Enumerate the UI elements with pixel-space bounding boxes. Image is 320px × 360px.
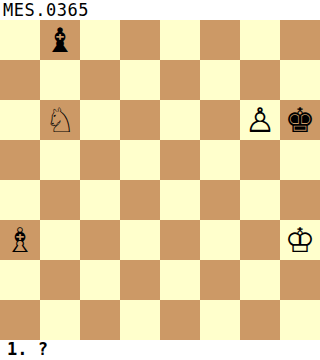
square-a8[interactable] [0, 20, 40, 60]
square-g6[interactable]: ♙ [240, 100, 280, 140]
square-e2[interactable] [160, 260, 200, 300]
square-c6[interactable] [80, 100, 120, 140]
piece-black-bishop[interactable]: ♝ [45, 20, 75, 60]
piece-black-king[interactable]: ♚ [285, 100, 315, 140]
square-d4[interactable] [120, 180, 160, 220]
square-f3[interactable] [200, 220, 240, 260]
square-f8[interactable] [200, 20, 240, 60]
square-e7[interactable] [160, 60, 200, 100]
square-e6[interactable] [160, 100, 200, 140]
square-d5[interactable] [120, 140, 160, 180]
square-f5[interactable] [200, 140, 240, 180]
square-d2[interactable] [120, 260, 160, 300]
square-d1[interactable] [120, 300, 160, 340]
square-b7[interactable] [40, 60, 80, 100]
square-c8[interactable] [80, 20, 120, 60]
square-a1[interactable] [0, 300, 40, 340]
square-c2[interactable] [80, 260, 120, 300]
square-g5[interactable] [240, 140, 280, 180]
square-a7[interactable] [0, 60, 40, 100]
square-c7[interactable] [80, 60, 120, 100]
square-f2[interactable] [200, 260, 240, 300]
chess-board: ♝♘♙♚♗♔ [0, 20, 320, 340]
square-a5[interactable] [0, 140, 40, 180]
square-b2[interactable] [40, 260, 80, 300]
square-f7[interactable] [200, 60, 240, 100]
square-c3[interactable] [80, 220, 120, 260]
square-h2[interactable] [280, 260, 320, 300]
move-prompt: 1. ? [0, 340, 320, 360]
square-e5[interactable] [160, 140, 200, 180]
square-c5[interactable] [80, 140, 120, 180]
square-h1[interactable] [280, 300, 320, 340]
square-g4[interactable] [240, 180, 280, 220]
square-d6[interactable] [120, 100, 160, 140]
square-f6[interactable] [200, 100, 240, 140]
square-b1[interactable] [40, 300, 80, 340]
square-h8[interactable] [280, 20, 320, 60]
square-b5[interactable] [40, 140, 80, 180]
square-d8[interactable] [120, 20, 160, 60]
square-b8[interactable]: ♝ [40, 20, 80, 60]
square-h4[interactable] [280, 180, 320, 220]
square-d7[interactable] [120, 60, 160, 100]
square-e8[interactable] [160, 20, 200, 60]
square-h3[interactable]: ♔ [280, 220, 320, 260]
square-h5[interactable] [280, 140, 320, 180]
square-b6[interactable]: ♘ [40, 100, 80, 140]
puzzle-id: MES.0365 [0, 0, 320, 20]
square-b3[interactable] [40, 220, 80, 260]
piece-white-knight[interactable]: ♘ [45, 100, 75, 140]
square-c1[interactable] [80, 300, 120, 340]
piece-white-king[interactable]: ♔ [285, 220, 315, 260]
square-g8[interactable] [240, 20, 280, 60]
square-d3[interactable] [120, 220, 160, 260]
square-g2[interactable] [240, 260, 280, 300]
square-e4[interactable] [160, 180, 200, 220]
chess-problem-diagram: MES.0365 ♝♘♙♚♗♔ 1. ? [0, 0, 320, 360]
square-g1[interactable] [240, 300, 280, 340]
piece-white-pawn[interactable]: ♙ [245, 100, 275, 140]
piece-white-bishop[interactable]: ♗ [5, 220, 35, 260]
square-g3[interactable] [240, 220, 280, 260]
square-b4[interactable] [40, 180, 80, 220]
square-a3[interactable]: ♗ [0, 220, 40, 260]
square-g7[interactable] [240, 60, 280, 100]
square-h7[interactable] [280, 60, 320, 100]
square-c4[interactable] [80, 180, 120, 220]
square-h6[interactable]: ♚ [280, 100, 320, 140]
square-a4[interactable] [0, 180, 40, 220]
square-a2[interactable] [0, 260, 40, 300]
square-a6[interactable] [0, 100, 40, 140]
square-e1[interactable] [160, 300, 200, 340]
square-f1[interactable] [200, 300, 240, 340]
square-f4[interactable] [200, 180, 240, 220]
square-e3[interactable] [160, 220, 200, 260]
